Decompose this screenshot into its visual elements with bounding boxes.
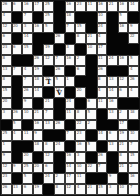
- clue-number: 4: [13, 131, 15, 136]
- cell-r18c13[interactable]: 7: [128, 184, 139, 195]
- cell-r8c8: [75, 76, 86, 87]
- cell-r6c4[interactable]: 26: [33, 55, 44, 66]
- clue-number: 19: [45, 45, 50, 50]
- cell-r1c7[interactable]: 16: [65, 1, 76, 12]
- cell-r10c5[interactable]: 21: [43, 98, 54, 109]
- cell-r12c8[interactable]: 22: [75, 120, 86, 131]
- clue-number: 25: [45, 2, 50, 7]
- cell-r8c6[interactable]: 5: [54, 76, 65, 87]
- cell-r11c11[interactable]: 13: [107, 109, 118, 120]
- cell-r4c7: [65, 33, 76, 44]
- cell-r3c1[interactable]: 12: [1, 23, 12, 34]
- cell-r17c9: [86, 173, 97, 184]
- clue-number: 15: [130, 153, 135, 158]
- cell-r4c2: [12, 33, 23, 44]
- clue-number: 6: [87, 99, 89, 104]
- cell-r10c11[interactable]: 16: [107, 98, 118, 109]
- cell-r4c1[interactable]: 6: [1, 33, 12, 44]
- cell-r11c2[interactable]: 26: [12, 109, 23, 120]
- cell-r13c1[interactable]: 25: [1, 130, 12, 141]
- cell-r14c6[interactable]: 24: [54, 141, 65, 152]
- cell-r7c1[interactable]: 13: [1, 66, 12, 77]
- cell-r14c8[interactable]: 16: [75, 141, 86, 152]
- cell-r16c3[interactable]: 25: [22, 163, 33, 174]
- clue-number: 7: [24, 13, 26, 18]
- clue-number: 4: [24, 67, 26, 72]
- clue-number: 13: [109, 77, 114, 82]
- clue-number: 16: [34, 121, 39, 126]
- cell-r15c3[interactable]: 20: [22, 152, 33, 163]
- cell-r15c2: [12, 152, 23, 163]
- clue-number: 10: [77, 164, 82, 169]
- cell-r1c13[interactable]: 14: [128, 1, 139, 12]
- cell-r4c8[interactable]: 8: [75, 33, 86, 44]
- cell-r16c2[interactable]: 9: [12, 163, 23, 174]
- cell-r5c9[interactable]: 10: [86, 44, 97, 55]
- cell-r17c13[interactable]: 16: [128, 173, 139, 184]
- cell-r1c12[interactable]: 16: [118, 1, 129, 12]
- clue-number: 3: [66, 45, 68, 50]
- cell-r17c11[interactable]: 9: [107, 173, 118, 184]
- clue-number: 17: [119, 121, 124, 126]
- clue-number: 14: [98, 131, 103, 136]
- cell-r9c6[interactable]: 16V: [54, 87, 65, 98]
- clue-number: 21: [119, 164, 124, 169]
- clue-number: 25: [24, 164, 29, 169]
- clue-number: 8: [56, 185, 58, 190]
- cell-r5c10[interactable]: 17: [97, 44, 108, 55]
- clue-number: 7: [45, 110, 47, 115]
- cell-r11c12[interactable]: 2: [118, 109, 129, 120]
- cell-r14c1[interactable]: 1: [1, 141, 12, 152]
- cell-r6c13[interactable]: 5: [128, 55, 139, 66]
- cell-r13c7[interactable]: 7: [65, 130, 76, 141]
- cell-r16c9[interactable]: 22: [86, 163, 97, 174]
- cell-r17c4: [33, 173, 44, 184]
- cell-r11c8[interactable]: 8: [75, 109, 86, 120]
- cell-r10c10[interactable]: 11: [97, 98, 108, 109]
- cell-r14c13[interactable]: 7: [128, 141, 139, 152]
- cell-r6c12[interactable]: 16: [118, 55, 129, 66]
- cell-r18c12[interactable]: 10: [118, 184, 129, 195]
- clue-number: 26: [130, 77, 135, 82]
- cell-r14c12[interactable]: 21: [118, 141, 129, 152]
- cell-r3c9: [86, 23, 97, 34]
- cell-r2c3[interactable]: 7: [22, 12, 33, 23]
- cell-r5c3[interactable]: 15: [22, 44, 33, 55]
- cell-r16c5[interactable]: 6: [43, 163, 54, 174]
- cell-r2c10[interactable]: 10: [97, 12, 108, 23]
- cell-r13c2[interactable]: 4: [12, 130, 23, 141]
- clue-number: 1: [3, 142, 5, 147]
- cell-r13c13[interactable]: 10: [128, 130, 139, 141]
- cell-r16c4[interactable]: 20: [33, 163, 44, 174]
- cell-r17c7[interactable]: 17: [65, 173, 76, 184]
- cell-r1c6: [54, 1, 65, 12]
- clue-number: 13: [13, 185, 18, 190]
- cell-r3c5[interactable]: 5: [43, 23, 54, 34]
- cell-r5c1[interactable]: 23: [1, 44, 12, 55]
- cell-r6c7[interactable]: 16: [65, 55, 76, 66]
- cell-r9c10[interactable]: 4: [97, 87, 108, 98]
- clue-number: 8: [77, 110, 79, 115]
- cell-r14c11[interactable]: 13: [107, 141, 118, 152]
- clue-number: 5: [56, 77, 58, 82]
- clue-number: 5: [119, 13, 121, 18]
- cell-r4c4: [33, 33, 44, 44]
- clue-number: 6: [119, 88, 121, 93]
- cell-r10c7[interactable]: 24: [65, 98, 76, 109]
- cell-r3c10[interactable]: 24: [97, 23, 108, 34]
- cell-r3c2[interactable]: 20: [12, 23, 23, 34]
- clue-number: 16: [34, 24, 39, 29]
- cell-r2c13: [128, 12, 139, 23]
- clue-number: 22: [87, 164, 92, 169]
- clue-number: 13: [45, 121, 50, 126]
- clue-number: 7: [98, 164, 100, 169]
- cell-r14c4[interactable]: 18: [33, 141, 44, 152]
- clue-number: 16: [24, 2, 29, 7]
- cell-r11c3[interactable]: 10: [22, 109, 33, 120]
- cell-r7c5: [43, 66, 54, 77]
- clue-number: 16: [77, 142, 82, 147]
- clue-number: 19: [34, 185, 39, 190]
- cell-r8c3[interactable]: 7: [22, 76, 33, 87]
- clue-number: 17: [66, 174, 71, 179]
- clue-number: 4: [130, 67, 132, 72]
- clue-number: 16: [119, 24, 124, 29]
- cell-r2c7[interactable]: 18: [65, 12, 76, 23]
- cell-r13c10[interactable]: 14: [97, 130, 108, 141]
- cell-r17c5[interactable]: 24: [43, 173, 54, 184]
- cell-r5c12: [118, 44, 129, 55]
- cell-r11c13[interactable]: 18: [128, 109, 139, 120]
- cell-r1c9[interactable]: 11: [86, 1, 97, 12]
- cell-r17c10: [97, 173, 108, 184]
- cell-r1c3[interactable]: 16: [22, 1, 33, 12]
- cell-r14c9[interactable]: 5: [86, 141, 97, 152]
- cell-r1c5[interactable]: 25: [43, 1, 54, 12]
- clue-number: 7: [56, 56, 58, 61]
- clue-number: 17: [98, 45, 103, 50]
- cell-r18c9[interactable]: 21: [86, 184, 97, 195]
- cell-r8c12[interactable]: 12: [118, 76, 129, 87]
- cell-r9c2: [12, 87, 23, 98]
- cell-r7c13[interactable]: 4: [128, 66, 139, 77]
- cell-r14c5[interactable]: 8: [43, 141, 54, 152]
- cell-r6c8[interactable]: 2: [75, 55, 86, 66]
- cell-r3c4[interactable]: 16: [33, 23, 44, 34]
- cell-r1c8[interactable]: 23: [75, 1, 86, 12]
- cell-r7c8[interactable]: 6: [75, 66, 86, 77]
- cell-r7c6[interactable]: 26: [54, 66, 65, 77]
- clue-number: 25: [45, 13, 50, 18]
- cell-r7c3[interactable]: 4: [22, 66, 33, 77]
- cell-r5c2[interactable]: 6: [12, 44, 23, 55]
- clue-number: 8: [98, 77, 100, 82]
- given-letter: T: [44, 77, 53, 86]
- clue-number: 23: [77, 2, 82, 7]
- cell-r11c6: [54, 109, 65, 120]
- cell-r16c13[interactable]: 2: [128, 163, 139, 174]
- cell-r18c1[interactable]: 26: [1, 184, 12, 195]
- cell-r9c7: [65, 87, 76, 98]
- cell-r3c12[interactable]: 16: [118, 23, 129, 34]
- cell-r5c5[interactable]: 19: [43, 44, 54, 55]
- cell-r12c13: [128, 120, 139, 131]
- cell-r10c2: [12, 98, 23, 109]
- clue-number: 6: [13, 2, 15, 7]
- cell-r8c4[interactable]: 18: [33, 76, 44, 87]
- cell-r1c4[interactable]: 17: [33, 1, 44, 12]
- clue-number: 2: [130, 164, 132, 169]
- clue-number: 18: [66, 13, 71, 18]
- cell-r2c5[interactable]: 25: [43, 12, 54, 23]
- clue-number: 11: [77, 174, 82, 179]
- cell-r16c8[interactable]: 10: [75, 163, 86, 174]
- clue-number: 5: [45, 24, 47, 29]
- cell-r15c13[interactable]: 15: [128, 152, 139, 163]
- cell-r12c7: [65, 120, 76, 131]
- cell-r6c2: [12, 55, 23, 66]
- cell-r18c8[interactable]: 4: [75, 184, 86, 195]
- cell-r9c4[interactable]: 14: [33, 87, 44, 98]
- clue-number: 16: [109, 99, 114, 104]
- cell-r15c10[interactable]: 26: [97, 152, 108, 163]
- clue-number: 9: [3, 153, 5, 158]
- cell-r11c7[interactable]: 11: [65, 109, 76, 120]
- clue-number: 21: [119, 142, 124, 147]
- clue-number: 8: [77, 34, 79, 39]
- clue-number: 11: [24, 131, 29, 136]
- cell-r16c11: [107, 163, 118, 174]
- cell-r2c8: [75, 12, 86, 23]
- cell-r8c9: [86, 76, 97, 87]
- clue-number: 5: [13, 121, 15, 126]
- cell-r13c6: [54, 130, 65, 141]
- cell-r5c8: [75, 44, 86, 55]
- cell-r9c5: [43, 87, 54, 98]
- clue-number: 9: [34, 131, 36, 136]
- cell-r9c3[interactable]: 26: [22, 87, 33, 98]
- cell-r10c3[interactable]: 9: [22, 98, 33, 109]
- cell-r11c1[interactable]: 3: [1, 109, 12, 120]
- cell-r17c1[interactable]: 23: [1, 173, 12, 184]
- cell-r12c12[interactable]: 17: [118, 120, 129, 131]
- clue-number: 12: [45, 153, 50, 158]
- cell-r13c11[interactable]: 6: [107, 130, 118, 141]
- cell-r15c12[interactable]: 8: [118, 152, 129, 163]
- cell-r8c13[interactable]: 26: [128, 76, 139, 87]
- cell-r7c7: [65, 66, 76, 77]
- cell-r16c12[interactable]: 21: [118, 163, 129, 174]
- cell-r10c13: [128, 98, 139, 109]
- clue-number: 6: [109, 131, 111, 136]
- clue-number: 16: [98, 2, 103, 7]
- cell-r7c11: [107, 66, 118, 77]
- cell-r11c10: [97, 109, 108, 120]
- cell-r12c1: [1, 120, 12, 131]
- cell-r2c12[interactable]: 5: [118, 12, 129, 23]
- cell-r11c4[interactable]: 21: [33, 109, 44, 120]
- clue-number: 3: [109, 185, 111, 190]
- clue-number: 12: [45, 56, 50, 61]
- cell-r11c5[interactable]: 7: [43, 109, 54, 120]
- cell-r6c1[interactable]: 8: [1, 55, 12, 66]
- cell-r9c11[interactable]: 14: [107, 87, 118, 98]
- cell-r13c12[interactable]: 19: [118, 130, 129, 141]
- cell-r5c7[interactable]: 3: [65, 44, 76, 55]
- clue-number: 24: [109, 56, 114, 61]
- cell-r3c11: [107, 23, 118, 34]
- cell-r8c10[interactable]: 8: [97, 76, 108, 87]
- clue-number: 26: [13, 110, 18, 115]
- cell-r15c8[interactable]: 3: [75, 152, 86, 163]
- clue-number: 16: [66, 2, 71, 7]
- cell-r8c11[interactable]: 13: [107, 76, 118, 87]
- cell-r8c7[interactable]: 1: [65, 76, 76, 87]
- clue-number: 23: [3, 174, 8, 179]
- cell-r6c6[interactable]: 7: [54, 55, 65, 66]
- clue-number: 6: [24, 185, 26, 190]
- cell-r11c9[interactable]: 5: [86, 109, 97, 120]
- cell-r9c1[interactable]: 15: [1, 87, 12, 98]
- cell-r15c1[interactable]: 9: [1, 152, 12, 163]
- cell-r3c6: [54, 23, 65, 34]
- cell-r10c9[interactable]: 6: [86, 98, 97, 109]
- cell-r12c2[interactable]: 5: [12, 120, 23, 131]
- cell-r18c2[interactable]: 13: [12, 184, 23, 195]
- clue-number: 20: [3, 99, 8, 104]
- cell-r12c3: [22, 120, 33, 131]
- clue-number: 18: [130, 110, 135, 115]
- clue-number: 11: [98, 99, 103, 104]
- cell-r2c1[interactable]: 4: [1, 12, 12, 23]
- cell-r3c13[interactable]: 9: [128, 23, 139, 34]
- cell-r1c10[interactable]: 16: [97, 1, 108, 12]
- clue-number: 20: [34, 164, 39, 169]
- cell-r9c12[interactable]: 6: [118, 87, 129, 98]
- cell-r17c3[interactable]: 5: [22, 173, 33, 184]
- cell-r16c1[interactable]: 12: [1, 163, 12, 174]
- cell-r9c9: [86, 87, 97, 98]
- cell-r4c6[interactable]: 26: [54, 33, 65, 44]
- cell-r12c5[interactable]: 13: [43, 120, 54, 131]
- clue-number: 19: [119, 131, 124, 136]
- cell-r3c7[interactable]: 7: [65, 23, 76, 34]
- cell-r3c3[interactable]: 3: [22, 23, 33, 34]
- cell-r1c11[interactable]: 21: [107, 1, 118, 12]
- cell-r18c10[interactable]: 15: [97, 184, 108, 195]
- cell-r10c1[interactable]: 20: [1, 98, 12, 109]
- cell-r3c8[interactable]: 15: [75, 23, 86, 34]
- cell-r18c3[interactable]: 6: [22, 184, 33, 195]
- clue-number: 16: [119, 2, 124, 7]
- cell-r4c9[interactable]: 21: [86, 33, 97, 44]
- cell-r16c10[interactable]: 7: [97, 163, 108, 174]
- cell-r13c3[interactable]: 11: [22, 130, 33, 141]
- cell-r2c2: [12, 12, 23, 23]
- cell-r13c8[interactable]: 23: [75, 130, 86, 141]
- cell-r17c8[interactable]: 11: [75, 173, 86, 184]
- clue-number: 20: [24, 153, 29, 158]
- cell-r16c7[interactable]: 14: [65, 163, 76, 174]
- cell-r12c9[interactable]: 2: [86, 120, 97, 131]
- cell-r15c7[interactable]: 16: [65, 152, 76, 163]
- cell-r4c13[interactable]: 22: [128, 33, 139, 44]
- cell-r9c13[interactable]: 4: [128, 87, 139, 98]
- cell-r6c3: [22, 55, 33, 66]
- cell-r13c9: [86, 130, 97, 141]
- clue-number: 1: [66, 77, 68, 82]
- cell-r1c2[interactable]: 6: [12, 1, 23, 12]
- clue-number: 3: [3, 110, 5, 115]
- cell-r5c11: [107, 44, 118, 55]
- cell-r6c11[interactable]: 24: [107, 55, 118, 66]
- cell-r5c6: [54, 44, 65, 55]
- clue-number: 8: [3, 77, 5, 82]
- clue-number: 24: [66, 99, 71, 104]
- cell-r12c4[interactable]: 16: [33, 120, 44, 131]
- clue-number: 8: [3, 56, 5, 61]
- cell-r2c4: [33, 12, 44, 23]
- clue-number: 26: [24, 88, 29, 93]
- cell-r15c9: [86, 152, 97, 163]
- clue-number: 23: [77, 131, 82, 136]
- clue-number: 18: [34, 77, 39, 82]
- cell-r6c10[interactable]: 11: [97, 55, 108, 66]
- clue-number: 15: [24, 45, 29, 50]
- clue-number: 7: [130, 185, 132, 190]
- cell-r12c10: [97, 120, 108, 131]
- cell-r8c5[interactable]: 20T: [43, 76, 54, 87]
- clue-number: 7: [66, 131, 68, 136]
- cell-r7c4[interactable]: 19: [33, 66, 44, 77]
- clue-number: 26: [56, 67, 61, 72]
- cell-r8c2: [12, 76, 23, 87]
- clue-number: 12: [3, 24, 8, 29]
- clue-number: 21: [109, 2, 114, 7]
- clue-number: 9: [13, 164, 15, 169]
- clue-number: 16: [130, 174, 135, 179]
- clue-number: 21: [87, 185, 92, 190]
- cell-r15c5[interactable]: 12: [43, 152, 54, 163]
- cell-r7c2[interactable]: 7: [12, 66, 23, 77]
- clue-number: 10: [119, 185, 124, 190]
- clue-number: 17: [34, 2, 39, 7]
- clue-number: 6: [13, 45, 15, 50]
- cell-r18c7[interactable]: 12: [65, 184, 76, 195]
- cell-r9c8[interactable]: 20: [75, 87, 86, 98]
- cell-r13c4[interactable]: 9: [33, 130, 44, 141]
- cell-r18c11[interactable]: 3: [107, 184, 118, 195]
- cell-r18c6[interactable]: 8: [54, 184, 65, 195]
- cell-r8c1[interactable]: 8: [1, 76, 12, 87]
- cell-r7c10[interactable]: 26: [97, 66, 108, 77]
- clue-number: 22: [130, 34, 135, 39]
- cell-r12c6[interactable]: 26: [54, 120, 65, 131]
- cell-r18c4[interactable]: 19: [33, 184, 44, 195]
- cell-r6c5[interactable]: 12: [43, 55, 54, 66]
- clue-number: 6: [45, 164, 47, 169]
- cell-r2c11: [107, 12, 118, 23]
- cell-r17c6[interactable]: 2: [54, 173, 65, 184]
- cell-r1c1[interactable]: 26: [1, 1, 12, 12]
- cell-r4c10[interactable]: 4: [97, 33, 108, 44]
- cell-r4c3[interactable]: 14: [22, 33, 33, 44]
- clue-number: 3: [24, 24, 26, 29]
- clue-number: 8: [119, 153, 121, 158]
